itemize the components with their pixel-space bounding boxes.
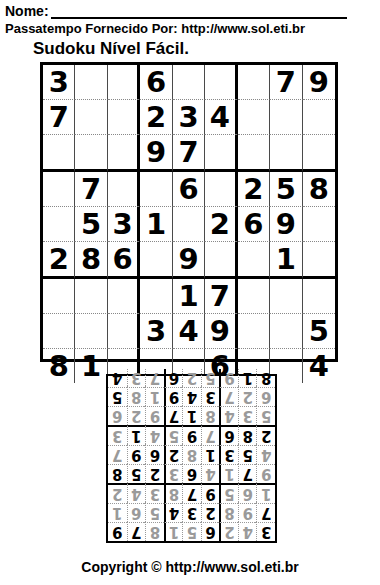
- solution-cell-r3c8: 4: [127, 483, 146, 503]
- cell-r1c3[interactable]: [108, 65, 140, 100]
- cell-r6c1[interactable]: 2: [43, 242, 75, 279]
- cell-r5c6[interactable]: 2: [205, 207, 237, 242]
- solution-cell-r8c4: 3: [201, 387, 220, 406]
- worksheet-page: Nome: Passatempo Fornecido Por: http://w…: [0, 0, 380, 585]
- solution-cell-r4c4: 4: [201, 464, 220, 483]
- cell-r1c7[interactable]: [238, 65, 270, 100]
- cell-r1c2[interactable]: [75, 65, 107, 100]
- solution-cell-r9c5: 2: [182, 369, 201, 387]
- page-title: Sudoku Nível Fácil.: [33, 39, 189, 59]
- cell-r6c9[interactable]: [303, 242, 335, 279]
- cell-r2c2[interactable]: [75, 100, 107, 135]
- solution-cell-r6c9: 3: [108, 425, 127, 445]
- solution-cell-r9c3: 9: [219, 369, 238, 387]
- cell-r5c8[interactable]: 9: [270, 207, 302, 242]
- solution-cell-r8c6: 9: [164, 387, 183, 406]
- solution-cell-r5c6: 2: [164, 445, 183, 464]
- cell-r5c7[interactable]: 6: [238, 207, 270, 242]
- cell-r2c1[interactable]: 7: [43, 100, 75, 135]
- cell-r1c1[interactable]: 3: [43, 65, 75, 100]
- solution-cell-r7c5: 1: [182, 406, 201, 425]
- cell-r5c1[interactable]: [43, 207, 75, 242]
- solution-cell-r6c4: 7: [201, 425, 220, 445]
- cell-r2c3[interactable]: [108, 100, 140, 135]
- cell-r1c6[interactable]: [205, 65, 237, 100]
- solution-cell-r3c6: 8: [164, 483, 183, 503]
- solution-cell-r2c9: 1: [108, 503, 127, 522]
- solution-cell-r4c9: 8: [108, 464, 127, 483]
- cell-r4c4[interactable]: [140, 172, 172, 207]
- solution-cell-r4c8: 5: [127, 464, 146, 483]
- solution-cell-r9c7: 7: [145, 369, 164, 387]
- solution-cell-r7c6: 7: [164, 406, 183, 425]
- cell-r9c9[interactable]: 4: [303, 349, 335, 383]
- solution-cell-r7c7: 9: [145, 406, 164, 425]
- solution-cell-r7c9: 6: [108, 406, 127, 425]
- provider-line: Passatempo Fornecido Por: http://www.sol…: [5, 21, 305, 36]
- copyright-footer: Copyright © http://www.sol.eti.br: [0, 559, 380, 575]
- solution-cell-r5c9: 7: [108, 445, 127, 464]
- cell-r4c5[interactable]: 6: [173, 172, 205, 207]
- solution-cell-r3c1: 1: [256, 483, 275, 503]
- solution-cell-r4c3: 1: [219, 464, 238, 483]
- solution-cell-r7c3: 4: [219, 406, 238, 425]
- solution-cell-r2c4: 2: [201, 503, 220, 522]
- cell-r7c7[interactable]: [238, 279, 270, 314]
- cell-r8c7[interactable]: [238, 314, 270, 349]
- solution-cell-r9c4: 5: [201, 369, 220, 387]
- cell-r3c5[interactable]: 7: [173, 135, 205, 172]
- cell-r6c7[interactable]: [238, 242, 270, 279]
- solution-cell-r5c7: 6: [145, 445, 164, 464]
- solution-cell-r5c3: 3: [219, 445, 238, 464]
- solution-board-rotated: 3426518797982345611659783429714632584531…: [106, 374, 277, 543]
- cell-r5c4[interactable]: 1: [140, 207, 172, 242]
- solution-cell-r9c2: 1: [238, 369, 257, 387]
- cell-r5c9[interactable]: [303, 207, 335, 242]
- cell-r5c3[interactable]: 3: [108, 207, 140, 242]
- solution-cell-r2c6: 4: [164, 503, 183, 522]
- sudoku-board: 367972349776258531269286911734958164: [40, 62, 338, 362]
- solution-cell-r3c4: 9: [201, 483, 220, 503]
- solution-cell-r3c7: 3: [145, 483, 164, 503]
- solution-cell-r9c1: 8: [256, 369, 275, 387]
- solution-cell-r4c1: 9: [256, 464, 275, 483]
- solution-cell-r6c7: 4: [145, 425, 164, 445]
- cell-r8c2[interactable]: [75, 314, 107, 349]
- solution-cell-r9c6: 6: [164, 369, 183, 387]
- solution-cell-r9c8: 3: [127, 369, 146, 387]
- solution-cell-r7c4: 8: [201, 406, 220, 425]
- solution-cell-r1c6: 1: [164, 522, 183, 541]
- solution-cell-r8c3: 7: [219, 387, 238, 406]
- solution-cell-r5c1: 4: [256, 445, 275, 464]
- cell-r1c5[interactable]: [173, 65, 205, 100]
- solution-cell-r6c3: 6: [219, 425, 238, 445]
- solution-cell-r2c7: 5: [145, 503, 164, 522]
- cell-r2c8[interactable]: [270, 100, 302, 135]
- cell-r8c3[interactable]: [108, 314, 140, 349]
- cell-r9c2[interactable]: 1: [75, 349, 107, 383]
- cell-r1c9[interactable]: 9: [303, 65, 335, 100]
- cell-r2c6[interactable]: 4: [205, 100, 237, 135]
- solution-cell-r6c8: 1: [127, 425, 146, 445]
- cell-r2c4[interactable]: 2: [140, 100, 172, 135]
- cell-r4c1[interactable]: [43, 172, 75, 207]
- solution-cell-r1c8: 7: [127, 522, 146, 541]
- cell-r2c9[interactable]: [303, 100, 335, 135]
- cell-r3c8[interactable]: [270, 135, 302, 172]
- cell-r1c4[interactable]: 6: [140, 65, 172, 100]
- cell-r7c5[interactable]: 1: [173, 279, 205, 314]
- solution-cell-r4c5: 6: [182, 464, 201, 483]
- solution-cell-r7c2: 3: [238, 406, 257, 425]
- cell-r7c9[interactable]: [303, 279, 335, 314]
- cell-r2c7[interactable]: [238, 100, 270, 135]
- solution-cell-r2c3: 8: [219, 503, 238, 522]
- cell-r6c5[interactable]: 9: [173, 242, 205, 279]
- solution-cell-r8c2: 2: [238, 387, 257, 406]
- solution-cell-r2c1: 7: [256, 503, 275, 522]
- solution-cell-r4c6: 3: [164, 464, 183, 483]
- cell-r1c8[interactable]: 7: [270, 65, 302, 100]
- cell-r6c3[interactable]: 6: [108, 242, 140, 279]
- solution-cell-r7c8: 2: [127, 406, 146, 425]
- solution-cell-r2c8: 6: [127, 503, 146, 522]
- cell-r9c1[interactable]: 8: [43, 349, 75, 383]
- solution-cell-r3c2: 6: [238, 483, 257, 503]
- cell-r6c2[interactable]: 8: [75, 242, 107, 279]
- solution-cell-r6c6: 5: [164, 425, 183, 445]
- cell-r6c6[interactable]: [205, 242, 237, 279]
- solution-cell-r8c9: 5: [108, 387, 127, 406]
- solution-cell-r5c4: 1: [201, 445, 220, 464]
- cell-r3c2[interactable]: [75, 135, 107, 172]
- cell-r3c7[interactable]: [238, 135, 270, 172]
- solution-cell-r9c9: 4: [108, 369, 127, 387]
- solution-cell-r6c1: 2: [256, 425, 275, 445]
- cell-r5c5[interactable]: [173, 207, 205, 242]
- solution-cell-r3c9: 2: [108, 483, 127, 503]
- cell-r3c4[interactable]: 9: [140, 135, 172, 172]
- solution-cell-r8c7: 1: [145, 387, 164, 406]
- cell-r4c3[interactable]: [108, 172, 140, 207]
- cell-r4c7[interactable]: 2: [238, 172, 270, 207]
- cell-r7c4[interactable]: [140, 279, 172, 314]
- cell-r8c9[interactable]: 5: [303, 314, 335, 349]
- cell-r4c2[interactable]: 7: [75, 172, 107, 207]
- solution-cell-r3c5: 7: [182, 483, 201, 503]
- cell-r4c6[interactable]: [205, 172, 237, 207]
- solution-cell-r8c5: 4: [182, 387, 201, 406]
- solution-cell-r8c8: 8: [127, 387, 146, 406]
- cell-r7c3[interactable]: [108, 279, 140, 314]
- cell-r8c5[interactable]: 4: [173, 314, 205, 349]
- solution-cell-r3c3: 5: [219, 483, 238, 503]
- cell-r4c8[interactable]: 5: [270, 172, 302, 207]
- cell-r7c2[interactable]: [75, 279, 107, 314]
- solution-cell-r4c7: 2: [145, 464, 164, 483]
- cell-r8c4[interactable]: 3: [140, 314, 172, 349]
- solution-cell-r1c9: 9: [108, 522, 127, 541]
- solution-cell-r2c5: 3: [182, 503, 201, 522]
- solution-cell-r6c5: 9: [182, 425, 201, 445]
- cell-r8c8[interactable]: [270, 314, 302, 349]
- cell-r3c6[interactable]: [205, 135, 237, 172]
- cell-r8c6[interactable]: 9: [205, 314, 237, 349]
- name-label: Nome:: [5, 3, 49, 19]
- cell-r4c9[interactable]: 8: [303, 172, 335, 207]
- solution-cell-r1c2: 4: [238, 522, 257, 541]
- cell-r8c1[interactable]: [43, 314, 75, 349]
- name-blank-line: [51, 4, 347, 19]
- cell-r5c2[interactable]: 5: [75, 207, 107, 242]
- solution-cell-r6c2: 8: [238, 425, 257, 445]
- cell-r6c4[interactable]: [140, 242, 172, 279]
- solution-cell-r2c2: 9: [238, 503, 257, 522]
- cell-r3c9[interactable]: [303, 135, 335, 172]
- solution-cell-r5c8: 9: [127, 445, 146, 464]
- cell-r7c6[interactable]: 7: [205, 279, 237, 314]
- cell-r7c1[interactable]: [43, 279, 75, 314]
- solution-cell-r5c2: 5: [238, 445, 257, 464]
- cell-r6c8[interactable]: 1: [270, 242, 302, 279]
- solution-cell-r4c2: 7: [238, 464, 257, 483]
- solution-cell-r5c5: 8: [182, 445, 201, 464]
- cell-r3c3[interactable]: [108, 135, 140, 172]
- solution-cell-r7c1: 5: [256, 406, 275, 425]
- solution-cell-r1c3: 2: [219, 522, 238, 541]
- solution-cell-r1c7: 8: [145, 522, 164, 541]
- solution-cell-r1c5: 5: [182, 522, 201, 541]
- cell-r7c8[interactable]: [270, 279, 302, 314]
- solution-cell-r1c1: 3: [256, 522, 275, 541]
- cell-r3c1[interactable]: [43, 135, 75, 172]
- name-row: Nome:: [5, 3, 347, 19]
- cell-r2c5[interactable]: 3: [173, 100, 205, 135]
- solution-cell-r8c1: 6: [256, 387, 275, 406]
- solution-cell-r1c4: 6: [201, 522, 220, 541]
